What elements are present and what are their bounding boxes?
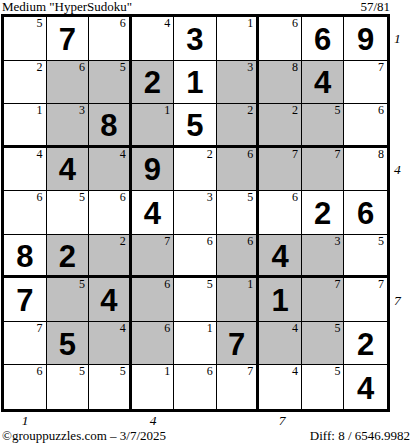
cell-r4c7[interactable]: 7 [259,148,302,192]
row-label-7: 7 [394,293,411,308]
corner-mark: 4 [292,365,298,378]
given-digit: 8 [100,110,117,141]
col-label-1: 1 [22,413,29,428]
cell-r8c3[interactable]: 4 [89,322,132,366]
given-digit: 2 [59,241,76,272]
cell-r4c2: 4 [47,148,90,192]
cell-r8c2: 5 [47,322,90,366]
given-digit: 2 [144,67,161,98]
cell-r2c1[interactable]: 2 [4,61,47,105]
cell-r8c5[interactable]: 1 [174,322,217,366]
corner-mark: 2 [247,104,253,117]
corner-mark: 3 [334,235,340,248]
col-label-7: 7 [279,413,286,428]
cell-r5c4: 4 [132,191,175,235]
cell-r6c9[interactable]: 5 [344,235,387,279]
corner-mark: 6 [79,61,85,74]
corner-mark: 5 [334,104,340,117]
cell-r2c7[interactable]: 8 [259,61,302,105]
footer: ©grouppuzzles.com – 3/7/2025 Diff: 8 / 6… [2,429,410,444]
col-label-4: 4 [150,413,157,428]
given-digit: 5 [59,329,76,360]
cell-r3c4[interactable]: 1 [132,104,175,148]
cell-r7c7: 1 [259,278,302,322]
cell-r7c1: 7 [4,278,47,322]
cell-r6c2: 2 [47,235,90,279]
corner-mark: 2 [207,148,213,161]
cell-r2c5: 1 [174,61,217,105]
corner-mark: 1 [247,17,253,30]
cell-r5c2[interactable]: 5 [47,191,90,235]
cell-r6c4[interactable]: 7 [132,235,175,279]
corner-mark: 6 [292,17,298,30]
cell-r9c7[interactable]: 4 [259,365,302,409]
puzzle-page: Medium "HyperSudoku" 57/81 5764316692652… [0,0,412,445]
corner-mark: 1 [164,365,170,378]
cell-r9c2[interactable]: 5 [47,365,90,409]
corner-mark: 5 [334,322,340,335]
given-digit: 4 [271,241,288,272]
given-digit: 4 [59,154,76,185]
cell-r2c4: 2 [132,61,175,105]
corner-mark: 5 [79,191,85,204]
corner-mark: 5 [207,278,213,291]
corner-mark: 4 [164,17,170,30]
cell-r7c8[interactable]: 7 [302,278,345,322]
corner-mark: 6 [164,322,170,335]
corner-mark: 8 [292,61,298,74]
corner-mark: 6 [120,191,126,204]
cell-r7c6[interactable]: 1 [217,278,260,322]
cell-r3c9[interactable]: 6 [344,104,387,148]
corner-mark: 4 [120,322,126,335]
corner-mark: 6 [247,235,253,248]
corner-mark: 2 [120,235,126,248]
cell-r4c8[interactable]: 7 [302,148,345,192]
given-digit: 8 [16,241,33,272]
cell-r9c1[interactable]: 6 [4,365,47,409]
cell-r1c6[interactable]: 1 [217,17,260,61]
corner-mark: 3 [207,191,213,204]
given-digit: 3 [186,24,203,55]
corner-mark: 5 [79,278,85,291]
cell-r9c8[interactable]: 5 [302,365,345,409]
cell-r1c1[interactable]: 5 [4,17,47,61]
corner-mark: 3 [79,104,85,117]
corner-mark: 7 [378,278,384,291]
cell-r5c5[interactable]: 3 [174,191,217,235]
given-digit: 7 [59,24,76,55]
corner-mark: 1 [207,322,213,335]
given-digit: 7 [228,329,245,360]
cell-r3c8[interactable]: 5 [302,104,345,148]
given-digit: 2 [314,198,331,229]
cell-r9c4[interactable]: 1 [132,365,175,409]
cell-r4c6[interactable]: 6 [217,148,260,192]
given-digit: 5 [186,110,203,141]
cell-r7c3: 4 [89,278,132,322]
cell-r7c5[interactable]: 5 [174,278,217,322]
cell-r3c2[interactable]: 3 [47,104,90,148]
corner-mark: 7 [334,278,340,291]
cell-r6c1: 8 [4,235,47,279]
cell-r4c3[interactable]: 4 [89,148,132,192]
corner-mark: 5 [378,235,384,248]
corner-mark: 2 [292,104,298,117]
cell-r4c1[interactable]: 4 [4,148,47,192]
corner-mark: 7 [37,322,43,335]
cell-r3c5: 5 [174,104,217,148]
page-title: Medium "HyperSudoku" [2,0,132,13]
cell-r6c7: 4 [259,235,302,279]
cell-r1c8: 6 [302,17,345,61]
cell-r7c2[interactable]: 5 [47,278,90,322]
cell-r6c5[interactable]: 6 [174,235,217,279]
corner-mark: 8 [378,148,384,161]
cell-r2c9[interactable]: 7 [344,61,387,105]
cell-r1c7[interactable]: 6 [259,17,302,61]
given-digit: 4 [144,198,161,229]
cell-r1c4[interactable]: 4 [132,17,175,61]
cell-r2c8: 4 [302,61,345,105]
cell-r8c1[interactable]: 7 [4,322,47,366]
cell-r1c3[interactable]: 6 [89,17,132,61]
corner-mark: 7 [378,61,384,74]
corner-mark: 1 [247,278,253,291]
corner-mark: 6 [37,191,43,204]
cell-r7c9[interactable]: 7 [344,278,387,322]
cell-r9c6[interactable]: 7 [217,365,260,409]
given-digit: 1 [271,285,288,316]
cell-r1c2: 7 [47,17,90,61]
corner-mark: 2 [37,61,43,74]
corner-mark: 5 [334,365,340,378]
cell-r5c3[interactable]: 6 [89,191,132,235]
corner-mark: 1 [37,104,43,117]
remaining-counter: 57/81 [360,0,390,13]
given-digit: 6 [314,24,331,55]
header: Medium "HyperSudoku" 57/81 [2,0,390,14]
difficulty-text: Diff: 8 / 6546.9982 [310,429,410,444]
corner-mark: 5 [79,365,85,378]
sudoku-board: 5764316692652138471381522564449267786564… [1,14,390,412]
corner-mark: 6 [247,148,253,161]
corner-mark: 7 [247,365,253,378]
corner-mark: 7 [334,148,340,161]
given-digit: 9 [357,24,374,55]
corner-mark: 3 [247,61,253,74]
cell-r6c8[interactable]: 3 [302,235,345,279]
corner-mark: 5 [247,191,253,204]
cell-r8c4[interactable]: 6 [132,322,175,366]
cell-r8c9: 2 [344,322,387,366]
corner-mark: 4 [37,148,43,161]
cell-r5c7[interactable]: 6 [259,191,302,235]
cell-r3c1[interactable]: 1 [4,104,47,148]
cell-r3c6[interactable]: 2 [217,104,260,148]
cell-r4c9[interactable]: 8 [344,148,387,192]
copyright-text: ©grouppuzzles.com – 3/7/2025 [2,429,166,444]
corner-mark: 6 [207,365,213,378]
given-digit: 4 [357,373,374,404]
corner-mark: 6 [120,17,126,30]
cell-r8c8[interactable]: 5 [302,322,345,366]
corner-mark: 5 [120,365,126,378]
cell-r5c8: 2 [302,191,345,235]
corner-mark: 6 [292,191,298,204]
given-digit: 4 [314,67,331,98]
corner-mark: 4 [120,148,126,161]
cell-r2c2[interactable]: 6 [47,61,90,105]
cell-r4c4: 9 [132,148,175,192]
corner-mark: 6 [207,235,213,248]
corner-mark: 1 [164,104,170,117]
corner-mark: 7 [164,235,170,248]
cell-r5c6[interactable]: 5 [217,191,260,235]
corner-mark: 6 [164,278,170,291]
corner-mark: 4 [292,322,298,335]
corner-mark: 5 [37,17,43,30]
given-digit: 2 [357,329,374,360]
cell-r5c1[interactable]: 6 [4,191,47,235]
cell-r3c7[interactable]: 2 [259,104,302,148]
corner-mark: 5 [120,61,126,74]
row-label-1: 1 [394,31,411,46]
cell-r1c5: 3 [174,17,217,61]
corner-mark: 6 [378,104,384,117]
corner-mark: 6 [37,365,43,378]
cell-r9c5[interactable]: 6 [174,365,217,409]
given-digit: 6 [357,198,374,229]
cell-r3c3: 8 [89,104,132,148]
given-digit: 9 [144,154,161,185]
given-digit: 7 [16,285,33,316]
cell-r2c3[interactable]: 5 [89,61,132,105]
cell-r7c4[interactable]: 6 [132,278,175,322]
cell-r6c3[interactable]: 2 [89,235,132,279]
row-label-4: 4 [394,162,411,177]
cell-r1c9: 9 [344,17,387,61]
cell-r4c5[interactable]: 2 [174,148,217,192]
given-digit: 4 [100,285,117,316]
cell-r5c9: 6 [344,191,387,235]
cell-r6c6[interactable]: 6 [217,235,260,279]
cell-r2c6[interactable]: 3 [217,61,260,105]
cell-r8c6: 7 [217,322,260,366]
cell-r9c3[interactable]: 5 [89,365,132,409]
cell-r8c7[interactable]: 4 [259,322,302,366]
corner-mark: 7 [292,148,298,161]
given-digit: 1 [186,67,203,98]
cell-r9c9: 4 [344,365,387,409]
